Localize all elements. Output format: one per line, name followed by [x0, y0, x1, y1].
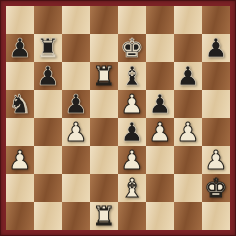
square-b3[interactable] [34, 146, 62, 174]
square-f3[interactable] [146, 146, 174, 174]
piece-white-pawn: ♟ [120, 146, 143, 174]
square-g4[interactable]: ♟ [174, 118, 202, 146]
square-b8[interactable] [34, 6, 62, 34]
piece-black-pawn: ♟ [64, 90, 87, 118]
square-f4[interactable]: ♟ [146, 118, 174, 146]
square-h2[interactable]: ♚ [202, 174, 230, 202]
square-h7[interactable]: ♟ [202, 34, 230, 62]
square-e6[interactable]: ♝ [118, 62, 146, 90]
square-h6[interactable] [202, 62, 230, 90]
piece-black-king: ♚ [120, 34, 143, 62]
square-e2[interactable]: ♝ [118, 174, 146, 202]
piece-white-pawn: ♟ [64, 118, 87, 146]
piece-white-pawn: ♟ [176, 118, 199, 146]
square-c7[interactable] [62, 34, 90, 62]
square-d1[interactable]: ♜ [90, 202, 118, 230]
square-g5[interactable] [174, 90, 202, 118]
square-h4[interactable] [202, 118, 230, 146]
piece-black-pawn: ♟ [36, 62, 59, 90]
square-h8[interactable] [202, 6, 230, 34]
square-d6[interactable]: ♜ [90, 62, 118, 90]
square-a7[interactable]: ♟ [6, 34, 34, 62]
chess-board-grid: ♟♜♚♟♟♜♝♟♞♟♟♟♟♟♟♟♟♟♟♝♚♜ [6, 6, 230, 230]
square-b4[interactable] [34, 118, 62, 146]
square-f5[interactable]: ♟ [146, 90, 174, 118]
square-c1[interactable] [62, 202, 90, 230]
piece-white-pawn: ♟ [8, 146, 31, 174]
square-d3[interactable] [90, 146, 118, 174]
square-c2[interactable] [62, 174, 90, 202]
piece-black-rook: ♜ [36, 34, 59, 62]
piece-white-rook: ♜ [92, 202, 115, 230]
square-e7[interactable]: ♚ [118, 34, 146, 62]
chess-board: ♟♜♚♟♟♜♝♟♞♟♟♟♟♟♟♟♟♟♟♝♚♜ [0, 0, 236, 236]
square-f1[interactable] [146, 202, 174, 230]
square-b1[interactable] [34, 202, 62, 230]
square-a1[interactable] [6, 202, 34, 230]
piece-white-pawn: ♟ [204, 146, 227, 174]
square-d5[interactable] [90, 90, 118, 118]
square-g6[interactable]: ♟ [174, 62, 202, 90]
piece-black-pawn: ♟ [8, 34, 31, 62]
square-h3[interactable]: ♟ [202, 146, 230, 174]
square-h1[interactable] [202, 202, 230, 230]
piece-white-pawn: ♟ [148, 118, 171, 146]
square-d7[interactable] [90, 34, 118, 62]
square-b5[interactable] [34, 90, 62, 118]
square-b7[interactable]: ♜ [34, 34, 62, 62]
piece-black-pawn: ♟ [204, 34, 227, 62]
square-c5[interactable]: ♟ [62, 90, 90, 118]
square-a8[interactable] [6, 6, 34, 34]
piece-black-bishop: ♝ [120, 62, 143, 90]
square-f8[interactable] [146, 6, 174, 34]
square-d8[interactable] [90, 6, 118, 34]
piece-black-knight: ♞ [8, 90, 31, 118]
square-a3[interactable]: ♟ [6, 146, 34, 174]
square-f6[interactable] [146, 62, 174, 90]
piece-black-pawn: ♟ [176, 62, 199, 90]
square-g1[interactable] [174, 202, 202, 230]
piece-black-pawn: ♟ [120, 118, 143, 146]
piece-black-pawn: ♟ [148, 90, 171, 118]
square-a4[interactable] [6, 118, 34, 146]
square-e8[interactable] [118, 6, 146, 34]
square-c8[interactable] [62, 6, 90, 34]
square-d2[interactable] [90, 174, 118, 202]
square-a2[interactable] [6, 174, 34, 202]
square-h5[interactable] [202, 90, 230, 118]
square-b2[interactable] [34, 174, 62, 202]
square-a5[interactable]: ♞ [6, 90, 34, 118]
square-c4[interactable]: ♟ [62, 118, 90, 146]
square-c3[interactable] [62, 146, 90, 174]
square-e1[interactable] [118, 202, 146, 230]
square-a6[interactable] [6, 62, 34, 90]
piece-white-king: ♚ [204, 174, 227, 202]
square-g2[interactable] [174, 174, 202, 202]
piece-white-rook: ♜ [92, 62, 115, 90]
square-c6[interactable] [62, 62, 90, 90]
square-f7[interactable] [146, 34, 174, 62]
square-g3[interactable] [174, 146, 202, 174]
square-e3[interactable]: ♟ [118, 146, 146, 174]
square-b6[interactable]: ♟ [34, 62, 62, 90]
piece-white-bishop: ♝ [120, 174, 143, 202]
piece-white-pawn: ♟ [120, 90, 143, 118]
square-f2[interactable] [146, 174, 174, 202]
square-e5[interactable]: ♟ [118, 90, 146, 118]
square-g8[interactable] [174, 6, 202, 34]
square-g7[interactable] [174, 34, 202, 62]
square-d4[interactable] [90, 118, 118, 146]
square-e4[interactable]: ♟ [118, 118, 146, 146]
